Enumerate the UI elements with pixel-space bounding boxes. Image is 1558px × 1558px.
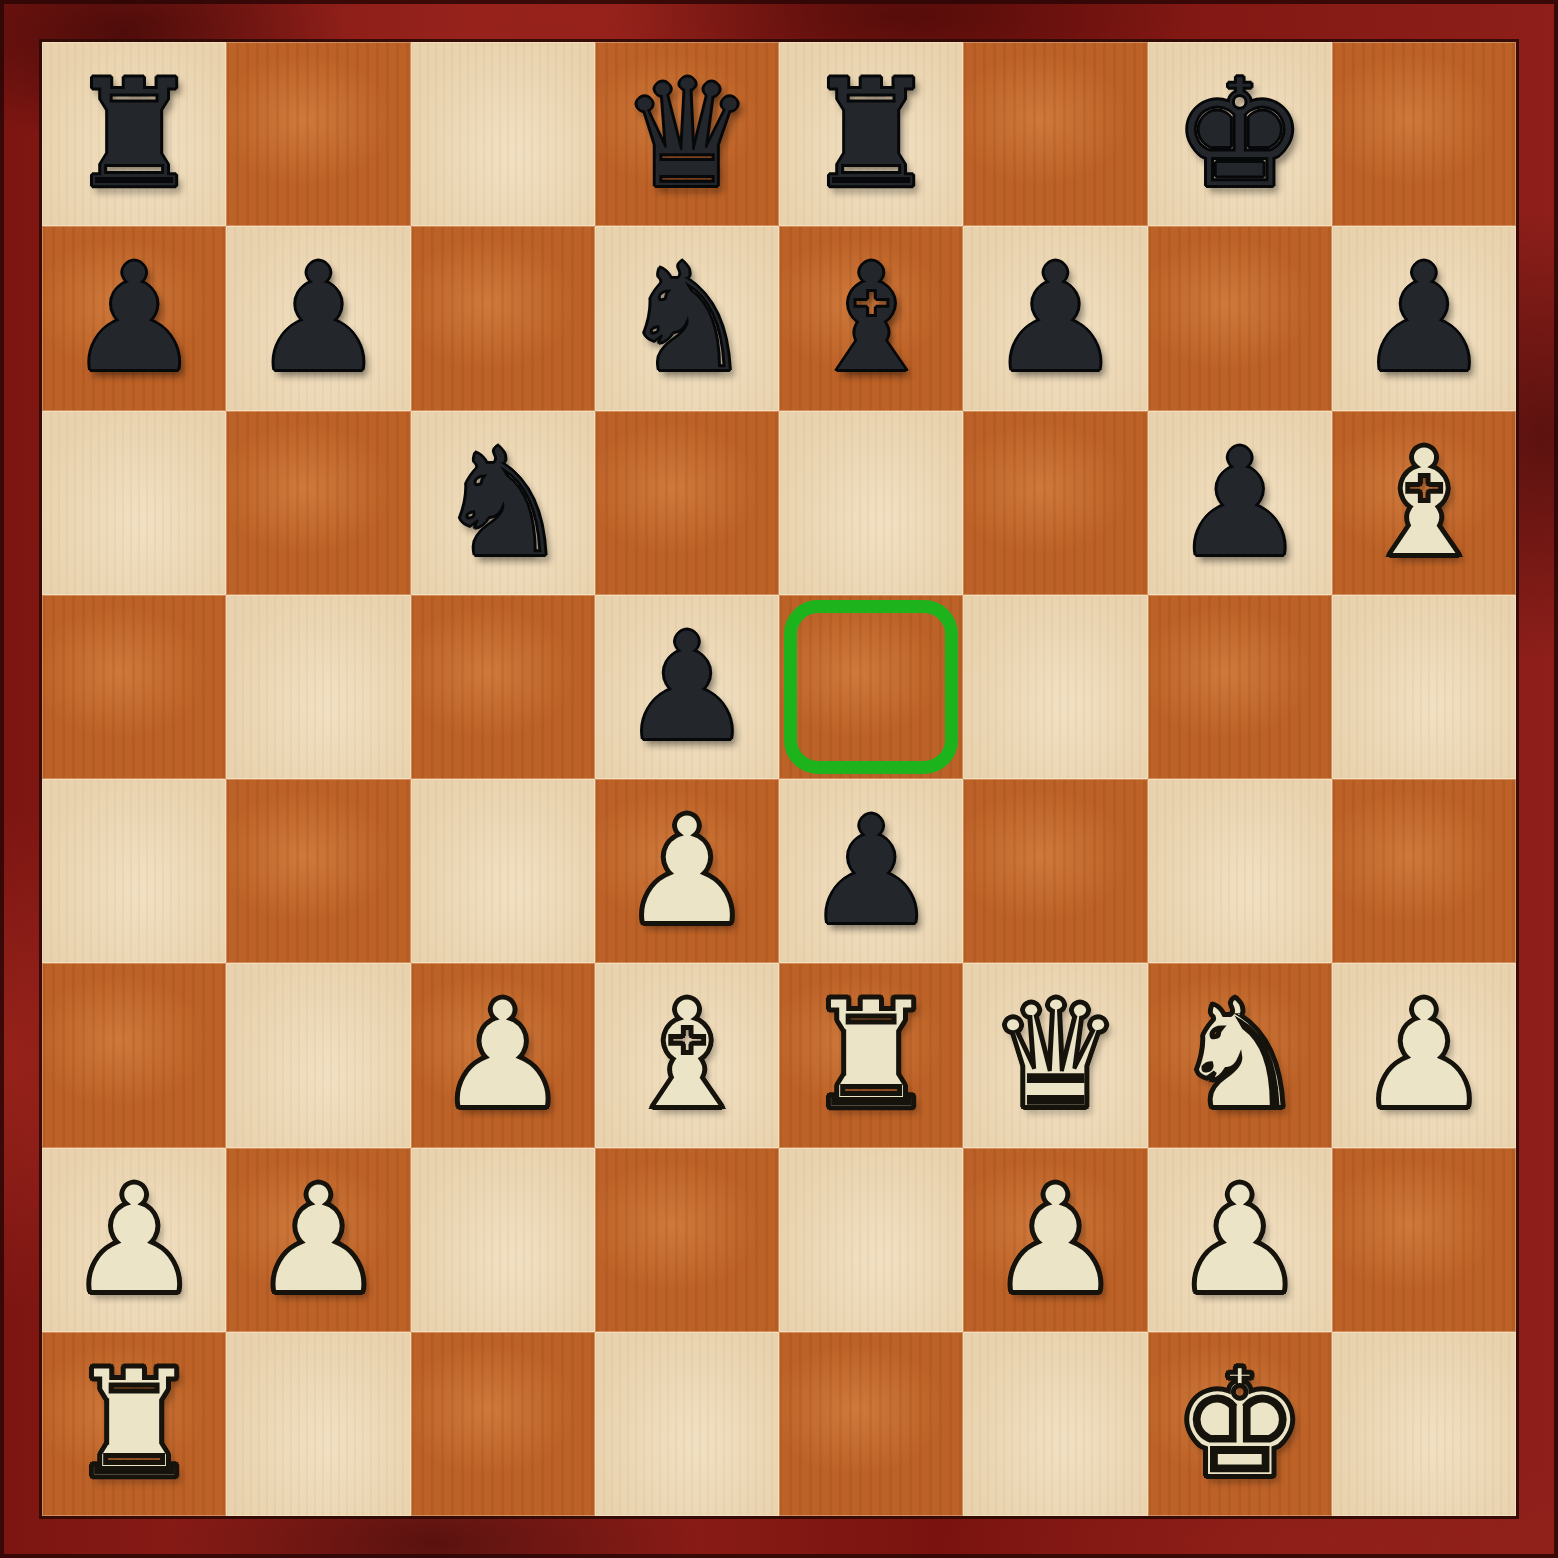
black-pawn-piece[interactable]: ♟ xyxy=(1357,243,1491,393)
square-a1[interactable]: ♜ xyxy=(42,1332,226,1516)
square-c5[interactable] xyxy=(411,595,595,779)
square-d3[interactable]: ♝ xyxy=(595,963,779,1147)
black-pawn-piece[interactable]: ♟ xyxy=(67,243,201,393)
square-f1[interactable] xyxy=(963,1332,1147,1516)
square-h1[interactable] xyxy=(1332,1332,1516,1516)
square-h6[interactable]: ♝ xyxy=(1332,411,1516,595)
chess-board: ♜♛♜♚♟♟♞♝♟♟♞♟♝♟♟♟♟♝♜♛♞♟♟♟♟♟♜♚ xyxy=(42,42,1516,1516)
white-rook-piece[interactable]: ♜ xyxy=(804,980,938,1130)
square-b1[interactable] xyxy=(226,1332,410,1516)
black-pawn-piece[interactable]: ♟ xyxy=(988,243,1122,393)
white-knight-piece[interactable]: ♞ xyxy=(1172,980,1306,1130)
square-b2[interactable]: ♟ xyxy=(226,1148,410,1332)
white-pawn-piece[interactable]: ♟ xyxy=(1172,1165,1306,1315)
square-f3[interactable]: ♛ xyxy=(963,963,1147,1147)
square-g4[interactable] xyxy=(1148,779,1332,963)
square-h7[interactable]: ♟ xyxy=(1332,226,1516,410)
square-d6[interactable] xyxy=(595,411,779,595)
square-a5[interactable] xyxy=(42,595,226,779)
square-e8[interactable]: ♜ xyxy=(779,42,963,226)
black-rook-piece[interactable]: ♜ xyxy=(67,59,201,209)
black-rook-piece[interactable]: ♜ xyxy=(804,59,938,209)
square-e4[interactable]: ♟ xyxy=(779,779,963,963)
square-e5[interactable] xyxy=(779,595,963,779)
white-king-piece[interactable]: ♚ xyxy=(1172,1349,1306,1499)
black-bishop-piece[interactable]: ♝ xyxy=(804,243,938,393)
square-g7[interactable] xyxy=(1148,226,1332,410)
move-target-highlight xyxy=(784,600,958,774)
square-c1[interactable] xyxy=(411,1332,595,1516)
square-f6[interactable] xyxy=(963,411,1147,595)
black-knight-piece[interactable]: ♞ xyxy=(620,243,754,393)
square-b7[interactable]: ♟ xyxy=(226,226,410,410)
white-bishop-piece[interactable]: ♝ xyxy=(1357,428,1491,578)
square-d5[interactable]: ♟ xyxy=(595,595,779,779)
white-pawn-piece[interactable]: ♟ xyxy=(251,1165,385,1315)
square-c7[interactable] xyxy=(411,226,595,410)
square-a6[interactable] xyxy=(42,411,226,595)
square-a7[interactable]: ♟ xyxy=(42,226,226,410)
square-h2[interactable] xyxy=(1332,1148,1516,1332)
square-e3[interactable]: ♜ xyxy=(779,963,963,1147)
square-f4[interactable] xyxy=(963,779,1147,963)
square-d7[interactable]: ♞ xyxy=(595,226,779,410)
white-rook-piece[interactable]: ♜ xyxy=(67,1349,201,1499)
square-h8[interactable] xyxy=(1332,42,1516,226)
square-g2[interactable]: ♟ xyxy=(1148,1148,1332,1332)
square-b3[interactable] xyxy=(226,963,410,1147)
square-a2[interactable]: ♟ xyxy=(42,1148,226,1332)
square-g3[interactable]: ♞ xyxy=(1148,963,1332,1147)
black-knight-piece[interactable]: ♞ xyxy=(435,428,569,578)
square-c4[interactable] xyxy=(411,779,595,963)
square-b8[interactable] xyxy=(226,42,410,226)
white-queen-piece[interactable]: ♛ xyxy=(988,980,1122,1130)
white-pawn-piece[interactable]: ♟ xyxy=(435,980,569,1130)
square-h4[interactable] xyxy=(1332,779,1516,963)
square-d8[interactable]: ♛ xyxy=(595,42,779,226)
white-pawn-piece[interactable]: ♟ xyxy=(620,796,754,946)
square-d1[interactable] xyxy=(595,1332,779,1516)
square-b4[interactable] xyxy=(226,779,410,963)
square-g8[interactable]: ♚ xyxy=(1148,42,1332,226)
square-c3[interactable]: ♟ xyxy=(411,963,595,1147)
black-king-piece[interactable]: ♚ xyxy=(1172,59,1306,209)
black-queen-piece[interactable]: ♛ xyxy=(620,59,754,209)
square-c8[interactable] xyxy=(411,42,595,226)
square-g6[interactable]: ♟ xyxy=(1148,411,1332,595)
square-a3[interactable] xyxy=(42,963,226,1147)
square-a4[interactable] xyxy=(42,779,226,963)
black-pawn-piece[interactable]: ♟ xyxy=(1172,428,1306,578)
square-g1[interactable]: ♚ xyxy=(1148,1332,1332,1516)
square-e1[interactable] xyxy=(779,1332,963,1516)
square-b5[interactable] xyxy=(226,595,410,779)
square-d2[interactable] xyxy=(595,1148,779,1332)
square-h3[interactable]: ♟ xyxy=(1332,963,1516,1147)
white-pawn-piece[interactable]: ♟ xyxy=(988,1165,1122,1315)
white-pawn-piece[interactable]: ♟ xyxy=(1357,980,1491,1130)
square-g5[interactable] xyxy=(1148,595,1332,779)
square-c6[interactable]: ♞ xyxy=(411,411,595,595)
square-c2[interactable] xyxy=(411,1148,595,1332)
square-h5[interactable] xyxy=(1332,595,1516,779)
square-f2[interactable]: ♟ xyxy=(963,1148,1147,1332)
square-e2[interactable] xyxy=(779,1148,963,1332)
square-b6[interactable] xyxy=(226,411,410,595)
square-f8[interactable] xyxy=(963,42,1147,226)
black-pawn-piece[interactable]: ♟ xyxy=(251,243,385,393)
black-pawn-piece[interactable]: ♟ xyxy=(804,796,938,946)
square-f7[interactable]: ♟ xyxy=(963,226,1147,410)
square-e7[interactable]: ♝ xyxy=(779,226,963,410)
square-f5[interactable] xyxy=(963,595,1147,779)
square-a8[interactable]: ♜ xyxy=(42,42,226,226)
square-e6[interactable] xyxy=(779,411,963,595)
square-d4[interactable]: ♟ xyxy=(595,779,779,963)
white-pawn-piece[interactable]: ♟ xyxy=(67,1165,201,1315)
black-pawn-piece[interactable]: ♟ xyxy=(620,612,754,762)
page: { "game": "chess", "position": { "fen": … xyxy=(0,0,1558,1558)
white-bishop-piece[interactable]: ♝ xyxy=(620,980,754,1130)
